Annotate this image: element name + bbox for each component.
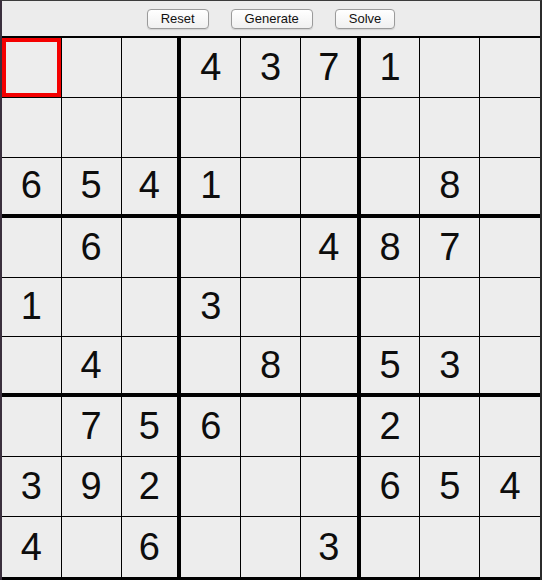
cell-r2c3[interactable]	[122, 98, 182, 158]
cell-r7c9[interactable]	[480, 397, 540, 457]
cell-r6c8[interactable]: 3	[420, 337, 480, 397]
cell-r8c4[interactable]	[181, 457, 241, 517]
cell-r9c2[interactable]	[62, 517, 122, 577]
cell-r1c7[interactable]: 1	[361, 38, 421, 98]
toolbar: Reset Generate Solve	[2, 1, 540, 36]
cell-r9c4[interactable]	[181, 517, 241, 577]
cell-r5c1[interactable]: 1	[2, 278, 62, 338]
cell-r7c7[interactable]: 2	[361, 397, 421, 457]
cell-r7c1[interactable]	[2, 397, 62, 457]
solve-button[interactable]: Solve	[335, 9, 396, 29]
cell-r8c5[interactable]	[241, 457, 301, 517]
cell-r4c6[interactable]: 4	[301, 218, 361, 278]
cell-r1c5[interactable]: 3	[241, 38, 301, 98]
cell-r5c8[interactable]	[420, 278, 480, 338]
cell-r9c7[interactable]	[361, 517, 421, 577]
cell-r7c4[interactable]: 6	[181, 397, 241, 457]
cell-r9c8[interactable]	[420, 517, 480, 577]
cell-r1c1[interactable]	[2, 38, 62, 98]
cell-r7c2[interactable]: 7	[62, 397, 122, 457]
cell-r1c9[interactable]	[480, 38, 540, 98]
cell-r4c8[interactable]: 7	[420, 218, 480, 278]
cell-r6c9[interactable]	[480, 337, 540, 397]
cell-r2c6[interactable]	[301, 98, 361, 158]
cell-r5c6[interactable]	[301, 278, 361, 338]
cell-r3c9[interactable]	[480, 158, 540, 218]
cell-r8c2[interactable]: 9	[62, 457, 122, 517]
cell-r9c6[interactable]: 3	[301, 517, 361, 577]
cell-r9c3[interactable]: 6	[122, 517, 182, 577]
cell-r6c5[interactable]: 8	[241, 337, 301, 397]
cell-r4c3[interactable]	[122, 218, 182, 278]
cell-r3c8[interactable]: 8	[420, 158, 480, 218]
cell-r4c1[interactable]	[2, 218, 62, 278]
cell-r4c2[interactable]: 6	[62, 218, 122, 278]
cell-r2c1[interactable]	[2, 98, 62, 158]
cell-r2c2[interactable]	[62, 98, 122, 158]
cell-r2c5[interactable]	[241, 98, 301, 158]
cell-r3c7[interactable]	[361, 158, 421, 218]
cell-r5c7[interactable]	[361, 278, 421, 338]
generate-button[interactable]: Generate	[231, 9, 313, 29]
cell-r6c4[interactable]	[181, 337, 241, 397]
cell-r6c7[interactable]: 5	[361, 337, 421, 397]
cell-r3c4[interactable]: 1	[181, 158, 241, 218]
cell-r1c8[interactable]	[420, 38, 480, 98]
cell-r5c4[interactable]: 3	[181, 278, 241, 338]
cell-r6c1[interactable]	[2, 337, 62, 397]
cell-r3c5[interactable]	[241, 158, 301, 218]
cell-r5c9[interactable]	[480, 278, 540, 338]
cell-r8c6[interactable]	[301, 457, 361, 517]
cell-r3c6[interactable]	[301, 158, 361, 218]
cell-r7c8[interactable]	[420, 397, 480, 457]
cell-r1c4[interactable]: 4	[181, 38, 241, 98]
cell-r8c1[interactable]: 3	[2, 457, 62, 517]
cell-r6c3[interactable]	[122, 337, 182, 397]
cell-r8c9[interactable]: 4	[480, 457, 540, 517]
cell-r4c7[interactable]: 8	[361, 218, 421, 278]
sudoku-window: Reset Generate Solve 4371654186487134853…	[0, 0, 542, 580]
cell-r6c2[interactable]: 4	[62, 337, 122, 397]
cell-r3c1[interactable]: 6	[2, 158, 62, 218]
cell-r7c5[interactable]	[241, 397, 301, 457]
cell-r3c2[interactable]: 5	[62, 158, 122, 218]
reset-button[interactable]: Reset	[147, 9, 209, 29]
cell-r5c2[interactable]	[62, 278, 122, 338]
cell-r9c5[interactable]	[241, 517, 301, 577]
cell-r4c5[interactable]	[241, 218, 301, 278]
cell-r8c7[interactable]: 6	[361, 457, 421, 517]
cell-r2c9[interactable]	[480, 98, 540, 158]
cell-r9c1[interactable]: 4	[2, 517, 62, 577]
cell-r1c6[interactable]: 7	[301, 38, 361, 98]
cell-r4c4[interactable]	[181, 218, 241, 278]
cell-r8c8[interactable]: 5	[420, 457, 480, 517]
cell-r2c4[interactable]	[181, 98, 241, 158]
cell-r4c9[interactable]	[480, 218, 540, 278]
sudoku-board: 43716541864871348537562392654463	[2, 36, 540, 580]
cell-r8c3[interactable]: 2	[122, 457, 182, 517]
cell-r5c3[interactable]	[122, 278, 182, 338]
cell-r5c5[interactable]	[241, 278, 301, 338]
cell-r2c8[interactable]	[420, 98, 480, 158]
cell-r6c6[interactable]	[301, 337, 361, 397]
cell-r7c6[interactable]	[301, 397, 361, 457]
cell-r1c3[interactable]	[122, 38, 182, 98]
cell-r7c3[interactable]: 5	[122, 397, 182, 457]
cell-r2c7[interactable]	[361, 98, 421, 158]
cell-r3c3[interactable]: 4	[122, 158, 182, 218]
cell-r9c9[interactable]	[480, 517, 540, 577]
cell-r1c2[interactable]	[62, 38, 122, 98]
